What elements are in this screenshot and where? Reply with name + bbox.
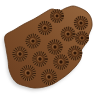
cavity-hole — [59, 60, 62, 63]
mould-cavity — [75, 31, 89, 45]
mould-cavity — [74, 16, 88, 30]
cavity-hole — [79, 21, 82, 24]
mould-cavity — [48, 40, 63, 55]
mould-cavity — [68, 46, 82, 60]
cavity-hole — [47, 75, 50, 78]
cavity-hole — [31, 39, 34, 42]
mould-cavity — [41, 69, 57, 85]
cavity-hole — [38, 57, 41, 60]
cavity-hole — [81, 37, 84, 40]
mould-cavity — [32, 51, 47, 66]
cavity-hole — [73, 51, 76, 54]
product-photo — [0, 0, 98, 98]
cavity-hole — [56, 15, 59, 18]
mould-cavity — [53, 54, 68, 69]
mould-cavity — [20, 65, 36, 81]
cavity-hole — [26, 71, 29, 74]
cavity-hole — [43, 26, 46, 29]
chocolate-mould-photo — [0, 0, 98, 98]
cavity-hole — [53, 45, 56, 48]
mould-cavity — [26, 34, 41, 49]
mould-cavity — [38, 21, 52, 35]
cavity-hole — [66, 32, 69, 35]
cavity-hole — [18, 52, 21, 55]
mould-cavity — [13, 47, 28, 62]
mould-cavity — [50, 9, 64, 23]
mould-cavity — [61, 27, 75, 41]
